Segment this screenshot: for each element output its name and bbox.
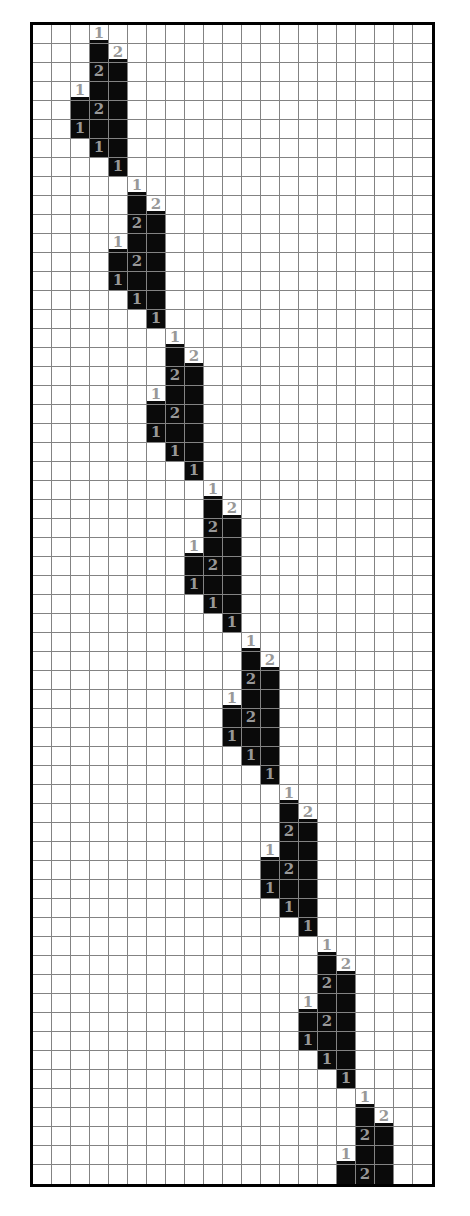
cell-r15-c17 xyxy=(356,310,375,329)
cell-r24-c11 xyxy=(242,481,261,500)
cell-r44-c17 xyxy=(356,861,375,880)
cell-r27-c18 xyxy=(375,538,394,557)
step-label: 1 xyxy=(322,1052,332,1067)
cell-r9-c9 xyxy=(204,196,223,215)
cell-r20-c17 xyxy=(356,405,375,424)
cell-r21-c13 xyxy=(280,424,299,443)
cell-r30-c12 xyxy=(261,595,280,614)
cell-r46-c1 xyxy=(52,899,71,918)
cell-r19-c15 xyxy=(318,386,337,405)
cell-r20-c20 xyxy=(413,405,432,424)
cell-r9-c13 xyxy=(280,196,299,215)
cell-r38-c12 xyxy=(261,747,280,766)
cell-r7-c13 xyxy=(280,158,299,177)
step-label: 1 xyxy=(94,26,104,41)
cell-r60-c13 xyxy=(280,1165,299,1184)
cell-r8-c16 xyxy=(337,177,356,196)
cell-r23-c6 xyxy=(147,462,166,481)
cell-r57-c7 xyxy=(166,1108,185,1127)
cell-r47-c17 xyxy=(356,918,375,937)
cell-r23-c4 xyxy=(109,462,128,481)
cell-r41-c13 xyxy=(280,804,299,823)
step-label: 1 xyxy=(75,121,85,136)
cell-r32-c10 xyxy=(223,633,242,652)
cell-r10-c3 xyxy=(90,215,109,234)
cell-r12-c6 xyxy=(147,253,166,272)
cell-r41-c20 xyxy=(413,804,432,823)
cell-r18-c17 xyxy=(356,367,375,386)
cell-r11-c18 xyxy=(375,234,394,253)
cell-r29-c14 xyxy=(299,576,318,595)
cell-r25-c10: 2 xyxy=(223,500,242,519)
cell-r21-c11 xyxy=(242,424,261,443)
cell-r29-c0 xyxy=(33,576,52,595)
step-label: 1 xyxy=(246,748,256,763)
cell-r50-c16 xyxy=(337,975,356,994)
cell-r34-c8 xyxy=(185,671,204,690)
cell-r48-c1 xyxy=(52,937,71,956)
cell-r12-c19 xyxy=(394,253,413,272)
cell-r28-c18 xyxy=(375,557,394,576)
cell-r40-c2 xyxy=(71,785,90,804)
cell-r24-c18 xyxy=(375,481,394,500)
cell-r53-c3 xyxy=(90,1032,109,1051)
cell-r47-c19 xyxy=(394,918,413,937)
cell-r32-c6 xyxy=(147,633,166,652)
cell-r19-c13 xyxy=(280,386,299,405)
cell-r27-c2 xyxy=(71,538,90,557)
cell-r26-c15 xyxy=(318,519,337,538)
cell-r60-c19 xyxy=(394,1165,413,1184)
cell-r46-c3 xyxy=(90,899,109,918)
step-label: 2 xyxy=(132,216,142,231)
cell-r20-c7: 2 xyxy=(166,405,185,424)
cell-r16-c19 xyxy=(394,329,413,348)
cell-r39-c19 xyxy=(394,766,413,785)
step-label: 1 xyxy=(360,1090,370,1105)
step-label: 1 xyxy=(132,178,142,193)
cell-r25-c11 xyxy=(242,500,261,519)
cell-r3-c20 xyxy=(413,82,432,101)
cell-r20-c6 xyxy=(147,405,166,424)
cell-r3-c12 xyxy=(261,82,280,101)
cell-r10-c4 xyxy=(109,215,128,234)
cell-r45-c1 xyxy=(52,880,71,899)
cell-r0-c0 xyxy=(33,25,52,44)
cell-r29-c11 xyxy=(242,576,261,595)
cell-r55-c0 xyxy=(33,1070,52,1089)
cell-r7-c15 xyxy=(318,158,337,177)
step-label: 2 xyxy=(94,102,104,117)
cell-r34-c11: 2 xyxy=(242,671,261,690)
cell-r43-c5 xyxy=(128,842,147,861)
cell-r47-c18 xyxy=(375,918,394,937)
cell-r40-c9 xyxy=(204,785,223,804)
cell-r35-c1 xyxy=(52,690,71,709)
cell-r38-c9 xyxy=(204,747,223,766)
cell-r33-c10 xyxy=(223,652,242,671)
cell-r37-c15 xyxy=(318,728,337,747)
cell-r55-c3 xyxy=(90,1070,109,1089)
cell-r20-c3 xyxy=(90,405,109,424)
cell-r2-c12 xyxy=(261,63,280,82)
cell-r5-c7 xyxy=(166,120,185,139)
cell-r11-c8 xyxy=(185,234,204,253)
cell-r7-c5 xyxy=(128,158,147,177)
cell-r49-c4 xyxy=(109,956,128,975)
cell-r17-c17 xyxy=(356,348,375,367)
cell-r37-c12 xyxy=(261,728,280,747)
cell-r46-c15 xyxy=(318,899,337,918)
cell-r11-c14 xyxy=(299,234,318,253)
cell-r42-c19 xyxy=(394,823,413,842)
cell-r56-c11 xyxy=(242,1089,261,1108)
cell-r13-c13 xyxy=(280,272,299,291)
cell-r36-c7 xyxy=(166,709,185,728)
cell-r36-c15 xyxy=(318,709,337,728)
cell-r5-c10 xyxy=(223,120,242,139)
cell-r9-c1 xyxy=(52,196,71,215)
cell-r3-c16 xyxy=(337,82,356,101)
cell-r31-c7 xyxy=(166,614,185,633)
cell-r58-c17: 2 xyxy=(356,1127,375,1146)
cell-r34-c1 xyxy=(52,671,71,690)
cell-r33-c16 xyxy=(337,652,356,671)
cell-r58-c8 xyxy=(185,1127,204,1146)
cell-r51-c5 xyxy=(128,994,147,1013)
cell-r42-c1 xyxy=(52,823,71,842)
cell-r44-c20 xyxy=(413,861,432,880)
cell-r12-c4 xyxy=(109,253,128,272)
cell-r55-c13 xyxy=(280,1070,299,1089)
cell-r45-c3 xyxy=(90,880,109,899)
cell-r46-c9 xyxy=(204,899,223,918)
cell-r6-c12 xyxy=(261,139,280,158)
cell-r7-c14 xyxy=(299,158,318,177)
cell-r56-c19 xyxy=(394,1089,413,1108)
cell-r12-c3 xyxy=(90,253,109,272)
cell-r0-c19 xyxy=(394,25,413,44)
cell-r24-c4 xyxy=(109,481,128,500)
cell-r59-c5 xyxy=(128,1146,147,1165)
cell-r25-c14 xyxy=(299,500,318,519)
cell-r41-c18 xyxy=(375,804,394,823)
cell-r19-c8 xyxy=(185,386,204,405)
cell-r31-c17 xyxy=(356,614,375,633)
cell-r35-c19 xyxy=(394,690,413,709)
cell-r36-c13 xyxy=(280,709,299,728)
cell-r5-c18 xyxy=(375,120,394,139)
cell-r3-c17 xyxy=(356,82,375,101)
cell-r33-c19 xyxy=(394,652,413,671)
cell-r15-c6: 1 xyxy=(147,310,166,329)
cell-r15-c8 xyxy=(185,310,204,329)
cell-r46-c4 xyxy=(109,899,128,918)
cell-r41-c17 xyxy=(356,804,375,823)
cell-r43-c4 xyxy=(109,842,128,861)
cell-r55-c18 xyxy=(375,1070,394,1089)
step-label: 1 xyxy=(113,273,123,288)
cell-r59-c14 xyxy=(299,1146,318,1165)
cell-r52-c2 xyxy=(71,1013,90,1032)
cell-r26-c7 xyxy=(166,519,185,538)
cell-r58-c2 xyxy=(71,1127,90,1146)
cell-r51-c11 xyxy=(242,994,261,1013)
cell-r47-c7 xyxy=(166,918,185,937)
cell-r11-c1 xyxy=(52,234,71,253)
cell-r53-c18 xyxy=(375,1032,394,1051)
cell-r30-c5 xyxy=(128,595,147,614)
cell-r23-c20 xyxy=(413,462,432,481)
cell-r35-c2 xyxy=(71,690,90,709)
step-label: 2 xyxy=(246,710,256,725)
cell-r17-c2 xyxy=(71,348,90,367)
cell-r17-c10 xyxy=(223,348,242,367)
cell-r36-c8 xyxy=(185,709,204,728)
cell-r45-c13 xyxy=(280,880,299,899)
cell-r31-c0 xyxy=(33,614,52,633)
cell-r30-c17 xyxy=(356,595,375,614)
cell-r23-c11 xyxy=(242,462,261,481)
cell-r37-c17 xyxy=(356,728,375,747)
cell-r1-c14 xyxy=(299,44,318,63)
cell-r57-c3 xyxy=(90,1108,109,1127)
cell-r4-c18 xyxy=(375,101,394,120)
cell-r26-c5 xyxy=(128,519,147,538)
cell-r49-c16: 2 xyxy=(337,956,356,975)
cell-r9-c0 xyxy=(33,196,52,215)
cell-r41-c0 xyxy=(33,804,52,823)
cell-r42-c10 xyxy=(223,823,242,842)
step-label: 2 xyxy=(94,64,104,79)
cell-r8-c2 xyxy=(71,177,90,196)
cell-r36-c11: 2 xyxy=(242,709,261,728)
cell-r34-c7 xyxy=(166,671,185,690)
step-label: 1 xyxy=(132,292,142,307)
cell-r7-c11 xyxy=(242,158,261,177)
cell-r1-c15 xyxy=(318,44,337,63)
cell-r21-c3 xyxy=(90,424,109,443)
cell-r52-c5 xyxy=(128,1013,147,1032)
cell-r51-c20 xyxy=(413,994,432,1013)
cell-r33-c9 xyxy=(204,652,223,671)
cell-r16-c6 xyxy=(147,329,166,348)
cell-r29-c20 xyxy=(413,576,432,595)
cell-r0-c16 xyxy=(337,25,356,44)
cell-r52-c7 xyxy=(166,1013,185,1032)
cell-r3-c8 xyxy=(185,82,204,101)
cell-r3-c18 xyxy=(375,82,394,101)
cell-r32-c0 xyxy=(33,633,52,652)
cell-r53-c15 xyxy=(318,1032,337,1051)
step-label: 2 xyxy=(151,197,161,212)
step-label: 2 xyxy=(208,558,218,573)
cell-r17-c8: 2 xyxy=(185,348,204,367)
cell-r16-c17 xyxy=(356,329,375,348)
step-label: 2 xyxy=(113,45,123,60)
cell-r10-c17 xyxy=(356,215,375,234)
cell-r10-c5: 2 xyxy=(128,215,147,234)
cell-r9-c19 xyxy=(394,196,413,215)
cell-r8-c14 xyxy=(299,177,318,196)
cell-r53-c13 xyxy=(280,1032,299,1051)
cell-r54-c20 xyxy=(413,1051,432,1070)
cell-r28-c5 xyxy=(128,557,147,576)
cell-r42-c6 xyxy=(147,823,166,842)
cell-r35-c5 xyxy=(128,690,147,709)
cell-r9-c12 xyxy=(261,196,280,215)
cell-r38-c20 xyxy=(413,747,432,766)
cell-r54-c15: 1 xyxy=(318,1051,337,1070)
cell-r15-c9 xyxy=(204,310,223,329)
step-label: 1 xyxy=(303,995,313,1010)
cell-r1-c3 xyxy=(90,44,109,63)
cell-r46-c14 xyxy=(299,899,318,918)
cell-r1-c5 xyxy=(128,44,147,63)
step-label: 1 xyxy=(151,311,161,326)
cell-r39-c14 xyxy=(299,766,318,785)
cell-r40-c8 xyxy=(185,785,204,804)
cell-r16-c0 xyxy=(33,329,52,348)
cell-r59-c10 xyxy=(223,1146,242,1165)
step-label: 1 xyxy=(265,767,275,782)
cell-r45-c17 xyxy=(356,880,375,899)
cell-r2-c4 xyxy=(109,63,128,82)
step-label: 1 xyxy=(113,235,123,250)
cell-r39-c9 xyxy=(204,766,223,785)
cell-r42-c0 xyxy=(33,823,52,842)
cell-r45-c16 xyxy=(337,880,356,899)
cell-r10-c15 xyxy=(318,215,337,234)
cell-r29-c10 xyxy=(223,576,242,595)
cell-r27-c6 xyxy=(147,538,166,557)
cell-r1-c12 xyxy=(261,44,280,63)
cell-r14-c20 xyxy=(413,291,432,310)
cell-r14-c10 xyxy=(223,291,242,310)
cell-r59-c11 xyxy=(242,1146,261,1165)
cell-r56-c10 xyxy=(223,1089,242,1108)
cell-r20-c0 xyxy=(33,405,52,424)
cell-r39-c16 xyxy=(337,766,356,785)
cell-r57-c0 xyxy=(33,1108,52,1127)
cell-r32-c17 xyxy=(356,633,375,652)
cell-r47-c15 xyxy=(318,918,337,937)
cell-r58-c18 xyxy=(375,1127,394,1146)
cell-r51-c6 xyxy=(147,994,166,1013)
cell-r22-c7: 1 xyxy=(166,443,185,462)
cell-r60-c8 xyxy=(185,1165,204,1184)
cell-r36-c6 xyxy=(147,709,166,728)
cell-r13-c12 xyxy=(261,272,280,291)
cell-r57-c4 xyxy=(109,1108,128,1127)
cell-r28-c3 xyxy=(90,557,109,576)
cell-r34-c4 xyxy=(109,671,128,690)
cell-r27-c7 xyxy=(166,538,185,557)
cell-r18-c12 xyxy=(261,367,280,386)
cell-r33-c11 xyxy=(242,652,261,671)
cell-r23-c18 xyxy=(375,462,394,481)
cell-r0-c17 xyxy=(356,25,375,44)
cell-r20-c8 xyxy=(185,405,204,424)
cell-r1-c20 xyxy=(413,44,432,63)
cell-r33-c13 xyxy=(280,652,299,671)
cell-r15-c18 xyxy=(375,310,394,329)
cell-r22-c6 xyxy=(147,443,166,462)
cell-r5-c14 xyxy=(299,120,318,139)
cell-r15-c7 xyxy=(166,310,185,329)
cell-r10-c14 xyxy=(299,215,318,234)
cell-r43-c17 xyxy=(356,842,375,861)
cell-r11-c16 xyxy=(337,234,356,253)
cell-r35-c0 xyxy=(33,690,52,709)
cell-r23-c3 xyxy=(90,462,109,481)
cell-r19-c0 xyxy=(33,386,52,405)
cell-r10-c8 xyxy=(185,215,204,234)
cell-r50-c18 xyxy=(375,975,394,994)
cell-r60-c2 xyxy=(71,1165,90,1184)
cell-r2-c17 xyxy=(356,63,375,82)
cell-r23-c1 xyxy=(52,462,71,481)
cell-r1-c16 xyxy=(337,44,356,63)
cell-r39-c5 xyxy=(128,766,147,785)
step-label: 1 xyxy=(322,938,332,953)
cell-r21-c15 xyxy=(318,424,337,443)
cell-r42-c8 xyxy=(185,823,204,842)
cell-r43-c9 xyxy=(204,842,223,861)
cell-r58-c20 xyxy=(413,1127,432,1146)
cell-r50-c1 xyxy=(52,975,71,994)
cell-r38-c2 xyxy=(71,747,90,766)
cell-r50-c3 xyxy=(90,975,109,994)
cell-r54-c12 xyxy=(261,1051,280,1070)
cell-r24-c3 xyxy=(90,481,109,500)
cell-r49-c19 xyxy=(394,956,413,975)
cell-r50-c5 xyxy=(128,975,147,994)
cell-r32-c15 xyxy=(318,633,337,652)
cell-r22-c4 xyxy=(109,443,128,462)
cell-r14-c6 xyxy=(147,291,166,310)
cell-r5-c17 xyxy=(356,120,375,139)
cell-r55-c4 xyxy=(109,1070,128,1089)
cell-r52-c15: 2 xyxy=(318,1013,337,1032)
cell-r5-c8 xyxy=(185,120,204,139)
cell-r6-c13 xyxy=(280,139,299,158)
cell-r35-c15 xyxy=(318,690,337,709)
cell-r7-c8 xyxy=(185,158,204,177)
step-label: 1 xyxy=(151,387,161,402)
cell-r0-c11 xyxy=(242,25,261,44)
cell-r6-c11 xyxy=(242,139,261,158)
step-label: 2 xyxy=(170,406,180,421)
cell-r15-c19 xyxy=(394,310,413,329)
cell-r30-c3 xyxy=(90,595,109,614)
cell-r45-c6 xyxy=(147,880,166,899)
cell-r49-c5 xyxy=(128,956,147,975)
cell-r20-c15 xyxy=(318,405,337,424)
cell-r8-c4 xyxy=(109,177,128,196)
cell-r3-c3 xyxy=(90,82,109,101)
cell-r7-c12 xyxy=(261,158,280,177)
cell-r20-c9 xyxy=(204,405,223,424)
cell-r41-c2 xyxy=(71,804,90,823)
cell-r49-c20 xyxy=(413,956,432,975)
cell-r36-c1 xyxy=(52,709,71,728)
cell-r25-c16 xyxy=(337,500,356,519)
cell-r44-c1 xyxy=(52,861,71,880)
step-label: 1 xyxy=(189,577,199,592)
cell-r23-c15 xyxy=(318,462,337,481)
cell-r57-c6 xyxy=(147,1108,166,1127)
